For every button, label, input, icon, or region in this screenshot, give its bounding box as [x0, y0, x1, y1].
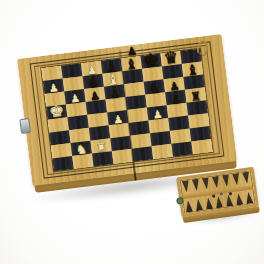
black-rook: ♜ — [185, 87, 206, 102]
white-pawn: ♟ — [147, 105, 168, 120]
backgammon-point — [245, 191, 254, 204]
white-pawn: ♟ — [81, 61, 102, 76]
black-bishop: ♝ — [182, 62, 203, 77]
black-pawn: ♟ — [101, 58, 122, 73]
backgammon-point — [192, 179, 201, 192]
product-photo-scene: ♟♟♝♚♛♟♞♝♝♟♟♟♞♟♚♟♜♟♟♞♜♟ — [0, 0, 264, 264]
black-bishop: ♝ — [121, 56, 142, 71]
metal-clasp-icon — [19, 118, 31, 134]
backgammon-point — [222, 174, 231, 187]
white-pawn: ♟ — [107, 110, 128, 125]
black-pawn: ♟ — [164, 77, 185, 92]
black-pawn: ♟ — [84, 87, 105, 102]
black-knight: ♞ — [83, 74, 104, 89]
black-pawn: ♟ — [104, 84, 125, 99]
chess-board: ♟♟♝♚♛♟♞♝♝♟♟♟♞♟♚♟♜♟♟♞♜♟ — [17, 34, 237, 186]
white-rook: ♜ — [90, 138, 111, 153]
backgammon-point — [184, 200, 193, 213]
white-pawn: ♟ — [64, 89, 85, 104]
backgammon-point — [195, 198, 204, 211]
white-bishop: ♝ — [102, 71, 123, 86]
black-king: ♚ — [141, 54, 162, 69]
backgammon-point — [202, 177, 211, 190]
backgammon-point — [225, 194, 234, 207]
backgammon-point — [235, 193, 244, 206]
backgammon-board — [176, 167, 260, 223]
backgammon-point — [232, 173, 241, 186]
backgammon-point — [215, 196, 224, 209]
pieces-layer: ♟♟♝♚♛♟♞♝♝♟♟♟♞♟♚♟♜♟♟♞♜♟ — [41, 49, 212, 172]
white-knight: ♞ — [71, 141, 92, 156]
white-king: ♚ — [46, 104, 67, 119]
white-pawn: ♟ — [43, 79, 64, 94]
backgammon-point — [242, 171, 251, 184]
black-knight: ♞ — [144, 79, 165, 94]
backgammon-point — [205, 197, 214, 210]
chess-board-frame: ♟♟♝♚♛♟♞♝♝♟♟♟♞♟♚♟♜♟♟♞♜♟ — [17, 34, 237, 186]
black-pawn: ♟ — [165, 90, 186, 105]
black-queen: ♛ — [160, 51, 181, 66]
backgammon-point — [182, 180, 191, 193]
backgammon-point — [212, 176, 221, 189]
